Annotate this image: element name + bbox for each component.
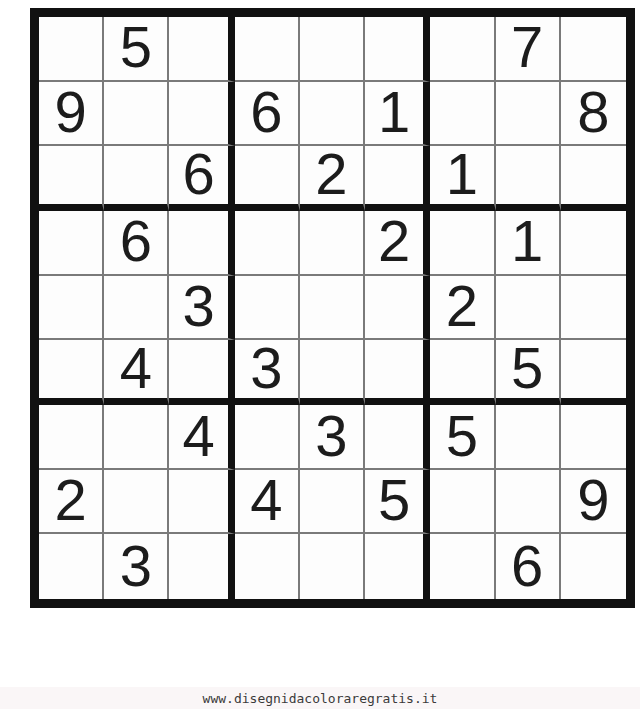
- sudoku-cell-r6c5[interactable]: [300, 340, 365, 405]
- sudoku-cell-r4c5[interactable]: [300, 211, 365, 276]
- sudoku-cell-r5c8[interactable]: [496, 276, 561, 341]
- given-digit: 4: [182, 407, 214, 465]
- sudoku-cell-r9c2[interactable]: 3: [104, 534, 169, 599]
- given-digit: 1: [446, 145, 478, 203]
- sudoku-cell-r2c6[interactable]: 1: [365, 82, 430, 147]
- sudoku-cell-r4c7[interactable]: [430, 211, 495, 276]
- sudoku-cell-r7c5[interactable]: 3: [300, 405, 365, 470]
- given-digit: 1: [378, 83, 410, 141]
- sudoku-cell-r3c8[interactable]: [496, 146, 561, 211]
- sudoku-cell-r7c3[interactable]: 4: [169, 405, 234, 470]
- given-digit: 9: [54, 83, 86, 141]
- sudoku-cell-r7c1[interactable]: [39, 405, 104, 470]
- sudoku-cell-r3c6[interactable]: [365, 146, 430, 211]
- sudoku-cell-r2c9[interactable]: 8: [561, 82, 626, 147]
- given-digit: 7: [511, 18, 543, 76]
- sudoku-cell-r9c3[interactable]: [169, 534, 234, 599]
- given-digit: 3: [182, 277, 214, 335]
- sudoku-cell-r6c3[interactable]: [169, 340, 234, 405]
- given-digit: 4: [120, 339, 152, 397]
- sudoku-cell-r6c7[interactable]: [430, 340, 495, 405]
- sudoku-cell-r7c2[interactable]: [104, 405, 169, 470]
- sudoku-cell-r7c7[interactable]: 5: [430, 405, 495, 470]
- sudoku-cell-r4c9[interactable]: [561, 211, 626, 276]
- sudoku-cell-r9c6[interactable]: [365, 534, 430, 599]
- sudoku-cell-r2c1[interactable]: 9: [39, 82, 104, 147]
- given-digit: 6: [182, 145, 214, 203]
- given-digit: 4: [250, 471, 282, 529]
- sudoku-cell-r4c8[interactable]: 1: [496, 211, 561, 276]
- sudoku-cell-r1c6[interactable]: [365, 17, 430, 82]
- given-digit: 2: [446, 277, 478, 335]
- watermark-bar: www.disegnidacoloraregratis.it: [0, 687, 640, 709]
- sudoku-cell-r2c8[interactable]: [496, 82, 561, 147]
- given-digit: 5: [446, 407, 478, 465]
- sudoku-cell-r8c7[interactable]: [430, 470, 495, 535]
- sudoku-cell-r5c4[interactable]: [235, 276, 300, 341]
- sudoku-cell-r6c2[interactable]: 4: [104, 340, 169, 405]
- sudoku-cell-r9c4[interactable]: [235, 534, 300, 599]
- sudoku-cell-r7c6[interactable]: [365, 405, 430, 470]
- sudoku-cell-r2c7[interactable]: [430, 82, 495, 147]
- sudoku-cell-r4c6[interactable]: 2: [365, 211, 430, 276]
- sudoku-cell-r5c7[interactable]: 2: [430, 276, 495, 341]
- page: 57961862162132435435245936 www.disegnida…: [0, 0, 640, 709]
- sudoku-cell-r3c2[interactable]: [104, 146, 169, 211]
- sudoku-cell-r7c4[interactable]: [235, 405, 300, 470]
- sudoku-cell-r8c8[interactable]: [496, 470, 561, 535]
- sudoku-cell-r1c4[interactable]: [235, 17, 300, 82]
- given-digit: 2: [315, 145, 347, 203]
- sudoku-cell-r3c9[interactable]: [561, 146, 626, 211]
- sudoku-cell-r1c1[interactable]: [39, 17, 104, 82]
- sudoku-cell-r4c1[interactable]: [39, 211, 104, 276]
- watermark-url: www.disegnidacoloraregratis.it: [203, 691, 438, 706]
- sudoku-cell-r5c3[interactable]: 3: [169, 276, 234, 341]
- sudoku-cell-r2c3[interactable]: [169, 82, 234, 147]
- sudoku-cell-r3c5[interactable]: 2: [300, 146, 365, 211]
- sudoku-board: 57961862162132435435245936: [30, 8, 635, 608]
- sudoku-cell-r8c3[interactable]: [169, 470, 234, 535]
- sudoku-cell-r3c7[interactable]: 1: [430, 146, 495, 211]
- sudoku-cell-r9c1[interactable]: [39, 534, 104, 599]
- sudoku-cell-r5c5[interactable]: [300, 276, 365, 341]
- given-digit: 6: [511, 537, 543, 595]
- given-digit: 3: [120, 537, 152, 595]
- sudoku-cell-r8c6[interactable]: 5: [365, 470, 430, 535]
- sudoku-cell-r9c9[interactable]: [561, 534, 626, 599]
- sudoku-cell-r8c9[interactable]: 9: [561, 470, 626, 535]
- sudoku-cell-r5c1[interactable]: [39, 276, 104, 341]
- sudoku-cell-r6c4[interactable]: 3: [235, 340, 300, 405]
- given-digit: 5: [511, 339, 543, 397]
- sudoku-cell-r8c2[interactable]: [104, 470, 169, 535]
- given-digit: 2: [54, 471, 86, 529]
- sudoku-cell-r8c4[interactable]: 4: [235, 470, 300, 535]
- sudoku-cell-r6c8[interactable]: 5: [496, 340, 561, 405]
- sudoku-cell-r9c8[interactable]: 6: [496, 534, 561, 599]
- sudoku-cell-r5c2[interactable]: [104, 276, 169, 341]
- sudoku-cell-r3c4[interactable]: [235, 146, 300, 211]
- given-digit: 5: [378, 471, 410, 529]
- sudoku-cell-r4c4[interactable]: [235, 211, 300, 276]
- given-digit: 3: [315, 407, 347, 465]
- given-digit: 8: [577, 83, 609, 141]
- sudoku-cell-r4c2[interactable]: 6: [104, 211, 169, 276]
- sudoku-cell-r1c5[interactable]: [300, 17, 365, 82]
- sudoku-cell-r1c8[interactable]: 7: [496, 17, 561, 82]
- sudoku-cell-r6c6[interactable]: [365, 340, 430, 405]
- given-digit: 3: [250, 339, 282, 397]
- sudoku-cell-r7c8[interactable]: [496, 405, 561, 470]
- given-digit: 6: [120, 212, 152, 270]
- given-digit: 9: [577, 471, 609, 529]
- sudoku-cell-r8c5[interactable]: [300, 470, 365, 535]
- sudoku-cell-r9c7[interactable]: [430, 534, 495, 599]
- sudoku-cell-r6c9[interactable]: [561, 340, 626, 405]
- sudoku-cell-r4c3[interactable]: [169, 211, 234, 276]
- sudoku-cell-r2c4[interactable]: 6: [235, 82, 300, 147]
- sudoku-cell-r1c2[interactable]: 5: [104, 17, 169, 82]
- sudoku-cell-r1c9[interactable]: [561, 17, 626, 82]
- sudoku-cell-r5c6[interactable]: [365, 276, 430, 341]
- given-digit: 5: [120, 18, 152, 76]
- given-digit: 6: [250, 83, 282, 141]
- sudoku-cell-r2c2[interactable]: [104, 82, 169, 147]
- sudoku-cell-r3c1[interactable]: [39, 146, 104, 211]
- sudoku-cell-r8c1[interactable]: 2: [39, 470, 104, 535]
- sudoku-cell-r6c1[interactable]: [39, 340, 104, 405]
- sudoku-cell-r9c5[interactable]: [300, 534, 365, 599]
- given-digit: 1: [511, 212, 543, 270]
- sudoku-cell-r7c9[interactable]: [561, 405, 626, 470]
- given-digit: 2: [378, 212, 410, 270]
- sudoku-cell-r1c3[interactable]: [169, 17, 234, 82]
- sudoku-cell-r5c9[interactable]: [561, 276, 626, 341]
- sudoku-cell-r2c5[interactable]: [300, 82, 365, 147]
- sudoku-cell-r3c3[interactable]: 6: [169, 146, 234, 211]
- sudoku-cell-r1c7[interactable]: [430, 17, 495, 82]
